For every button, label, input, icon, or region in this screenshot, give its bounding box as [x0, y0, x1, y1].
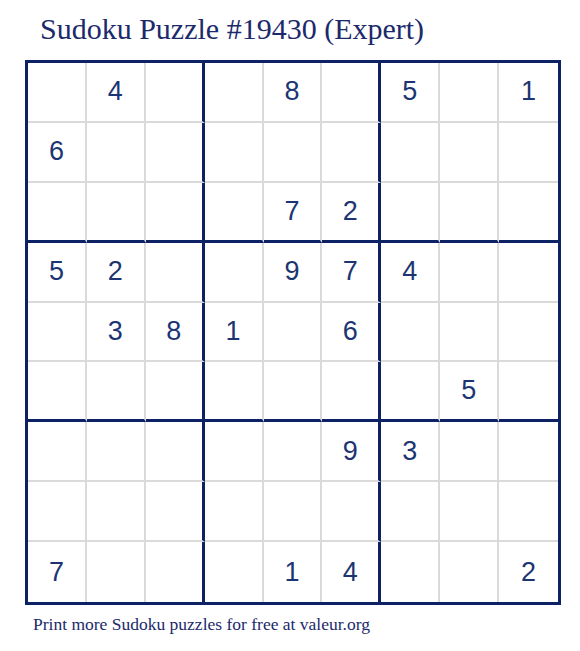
- cell-r6c1: [28, 362, 87, 422]
- cell-r2c1: 6: [28, 123, 87, 183]
- cell-r9c2: [87, 542, 146, 602]
- cell-r2c5: [264, 123, 323, 183]
- cell-r8c3: [146, 482, 205, 542]
- cell-r4c4: [205, 243, 264, 303]
- cell-r5c9: [499, 303, 558, 363]
- cell-r4c5: 9: [264, 243, 323, 303]
- cell-r6c5: [264, 362, 323, 422]
- cell-r1c7: 5: [381, 63, 440, 123]
- cell-r1c3: [146, 63, 205, 123]
- cell-r8c5: [264, 482, 323, 542]
- cell-r3c1: [28, 183, 87, 243]
- cell-r1c4: [205, 63, 264, 123]
- sudoku-grid: 48516725297438165937142: [25, 60, 561, 605]
- cell-r6c3: [146, 362, 205, 422]
- footer-text: Print more Sudoku puzzles for free at va…: [33, 614, 370, 635]
- cell-r4c2: 2: [87, 243, 146, 303]
- cell-r3c7: [381, 183, 440, 243]
- cell-r8c1: [28, 482, 87, 542]
- cell-r2c7: [381, 123, 440, 183]
- cell-r8c6: [322, 482, 381, 542]
- cell-r4c7: 4: [381, 243, 440, 303]
- cell-r7c3: [146, 422, 205, 482]
- cell-r9c7: [381, 542, 440, 602]
- cell-r2c9: [499, 123, 558, 183]
- cell-r3c5: 7: [264, 183, 323, 243]
- cell-r9c5: 1: [264, 542, 323, 602]
- cell-r3c9: [499, 183, 558, 243]
- cell-r4c1: 5: [28, 243, 87, 303]
- cell-r7c5: [264, 422, 323, 482]
- cell-r6c8: 5: [440, 362, 499, 422]
- cell-r9c9: 2: [499, 542, 558, 602]
- cell-r5c7: [381, 303, 440, 363]
- cell-r1c5: 8: [264, 63, 323, 123]
- cell-r8c4: [205, 482, 264, 542]
- cell-r7c2: [87, 422, 146, 482]
- cell-r1c9: 1: [499, 63, 558, 123]
- cell-r3c4: [205, 183, 264, 243]
- cell-r1c2: 4: [87, 63, 146, 123]
- cell-r6c2: [87, 362, 146, 422]
- cell-r9c8: [440, 542, 499, 602]
- cell-r9c1: 7: [28, 542, 87, 602]
- cell-r8c2: [87, 482, 146, 542]
- cell-r7c4: [205, 422, 264, 482]
- cell-r6c4: [205, 362, 264, 422]
- cell-r9c4: [205, 542, 264, 602]
- cell-r2c8: [440, 123, 499, 183]
- cell-r4c8: [440, 243, 499, 303]
- cell-r5c8: [440, 303, 499, 363]
- cell-r5c6: 6: [322, 303, 381, 363]
- page-title: Sudoku Puzzle #19430 (Expert): [40, 12, 424, 46]
- cell-r9c6: 4: [322, 542, 381, 602]
- cell-r8c9: [499, 482, 558, 542]
- cell-r3c3: [146, 183, 205, 243]
- cell-r7c8: [440, 422, 499, 482]
- cell-r4c6: 7: [322, 243, 381, 303]
- cell-r5c3: 8: [146, 303, 205, 363]
- cell-r4c3: [146, 243, 205, 303]
- cell-r7c1: [28, 422, 87, 482]
- cell-r5c5: [264, 303, 323, 363]
- cell-r5c1: [28, 303, 87, 363]
- cell-r1c6: [322, 63, 381, 123]
- cell-r8c7: [381, 482, 440, 542]
- cell-r3c6: 2: [322, 183, 381, 243]
- sudoku-page: Sudoku Puzzle #19430 (Expert) 4851672529…: [0, 0, 580, 651]
- cell-r5c2: 3: [87, 303, 146, 363]
- cell-r3c2: [87, 183, 146, 243]
- cell-r1c1: [28, 63, 87, 123]
- cell-r2c4: [205, 123, 264, 183]
- cell-r2c2: [87, 123, 146, 183]
- cell-r2c3: [146, 123, 205, 183]
- cell-r6c7: [381, 362, 440, 422]
- cell-r7c7: 3: [381, 422, 440, 482]
- cell-r7c6: 9: [322, 422, 381, 482]
- cell-r9c3: [146, 542, 205, 602]
- cell-r6c9: [499, 362, 558, 422]
- cell-r1c8: [440, 63, 499, 123]
- cell-r7c9: [499, 422, 558, 482]
- cell-r4c9: [499, 243, 558, 303]
- cell-r3c8: [440, 183, 499, 243]
- cell-r6c6: [322, 362, 381, 422]
- cell-r2c6: [322, 123, 381, 183]
- cell-r5c4: 1: [205, 303, 264, 363]
- cell-r8c8: [440, 482, 499, 542]
